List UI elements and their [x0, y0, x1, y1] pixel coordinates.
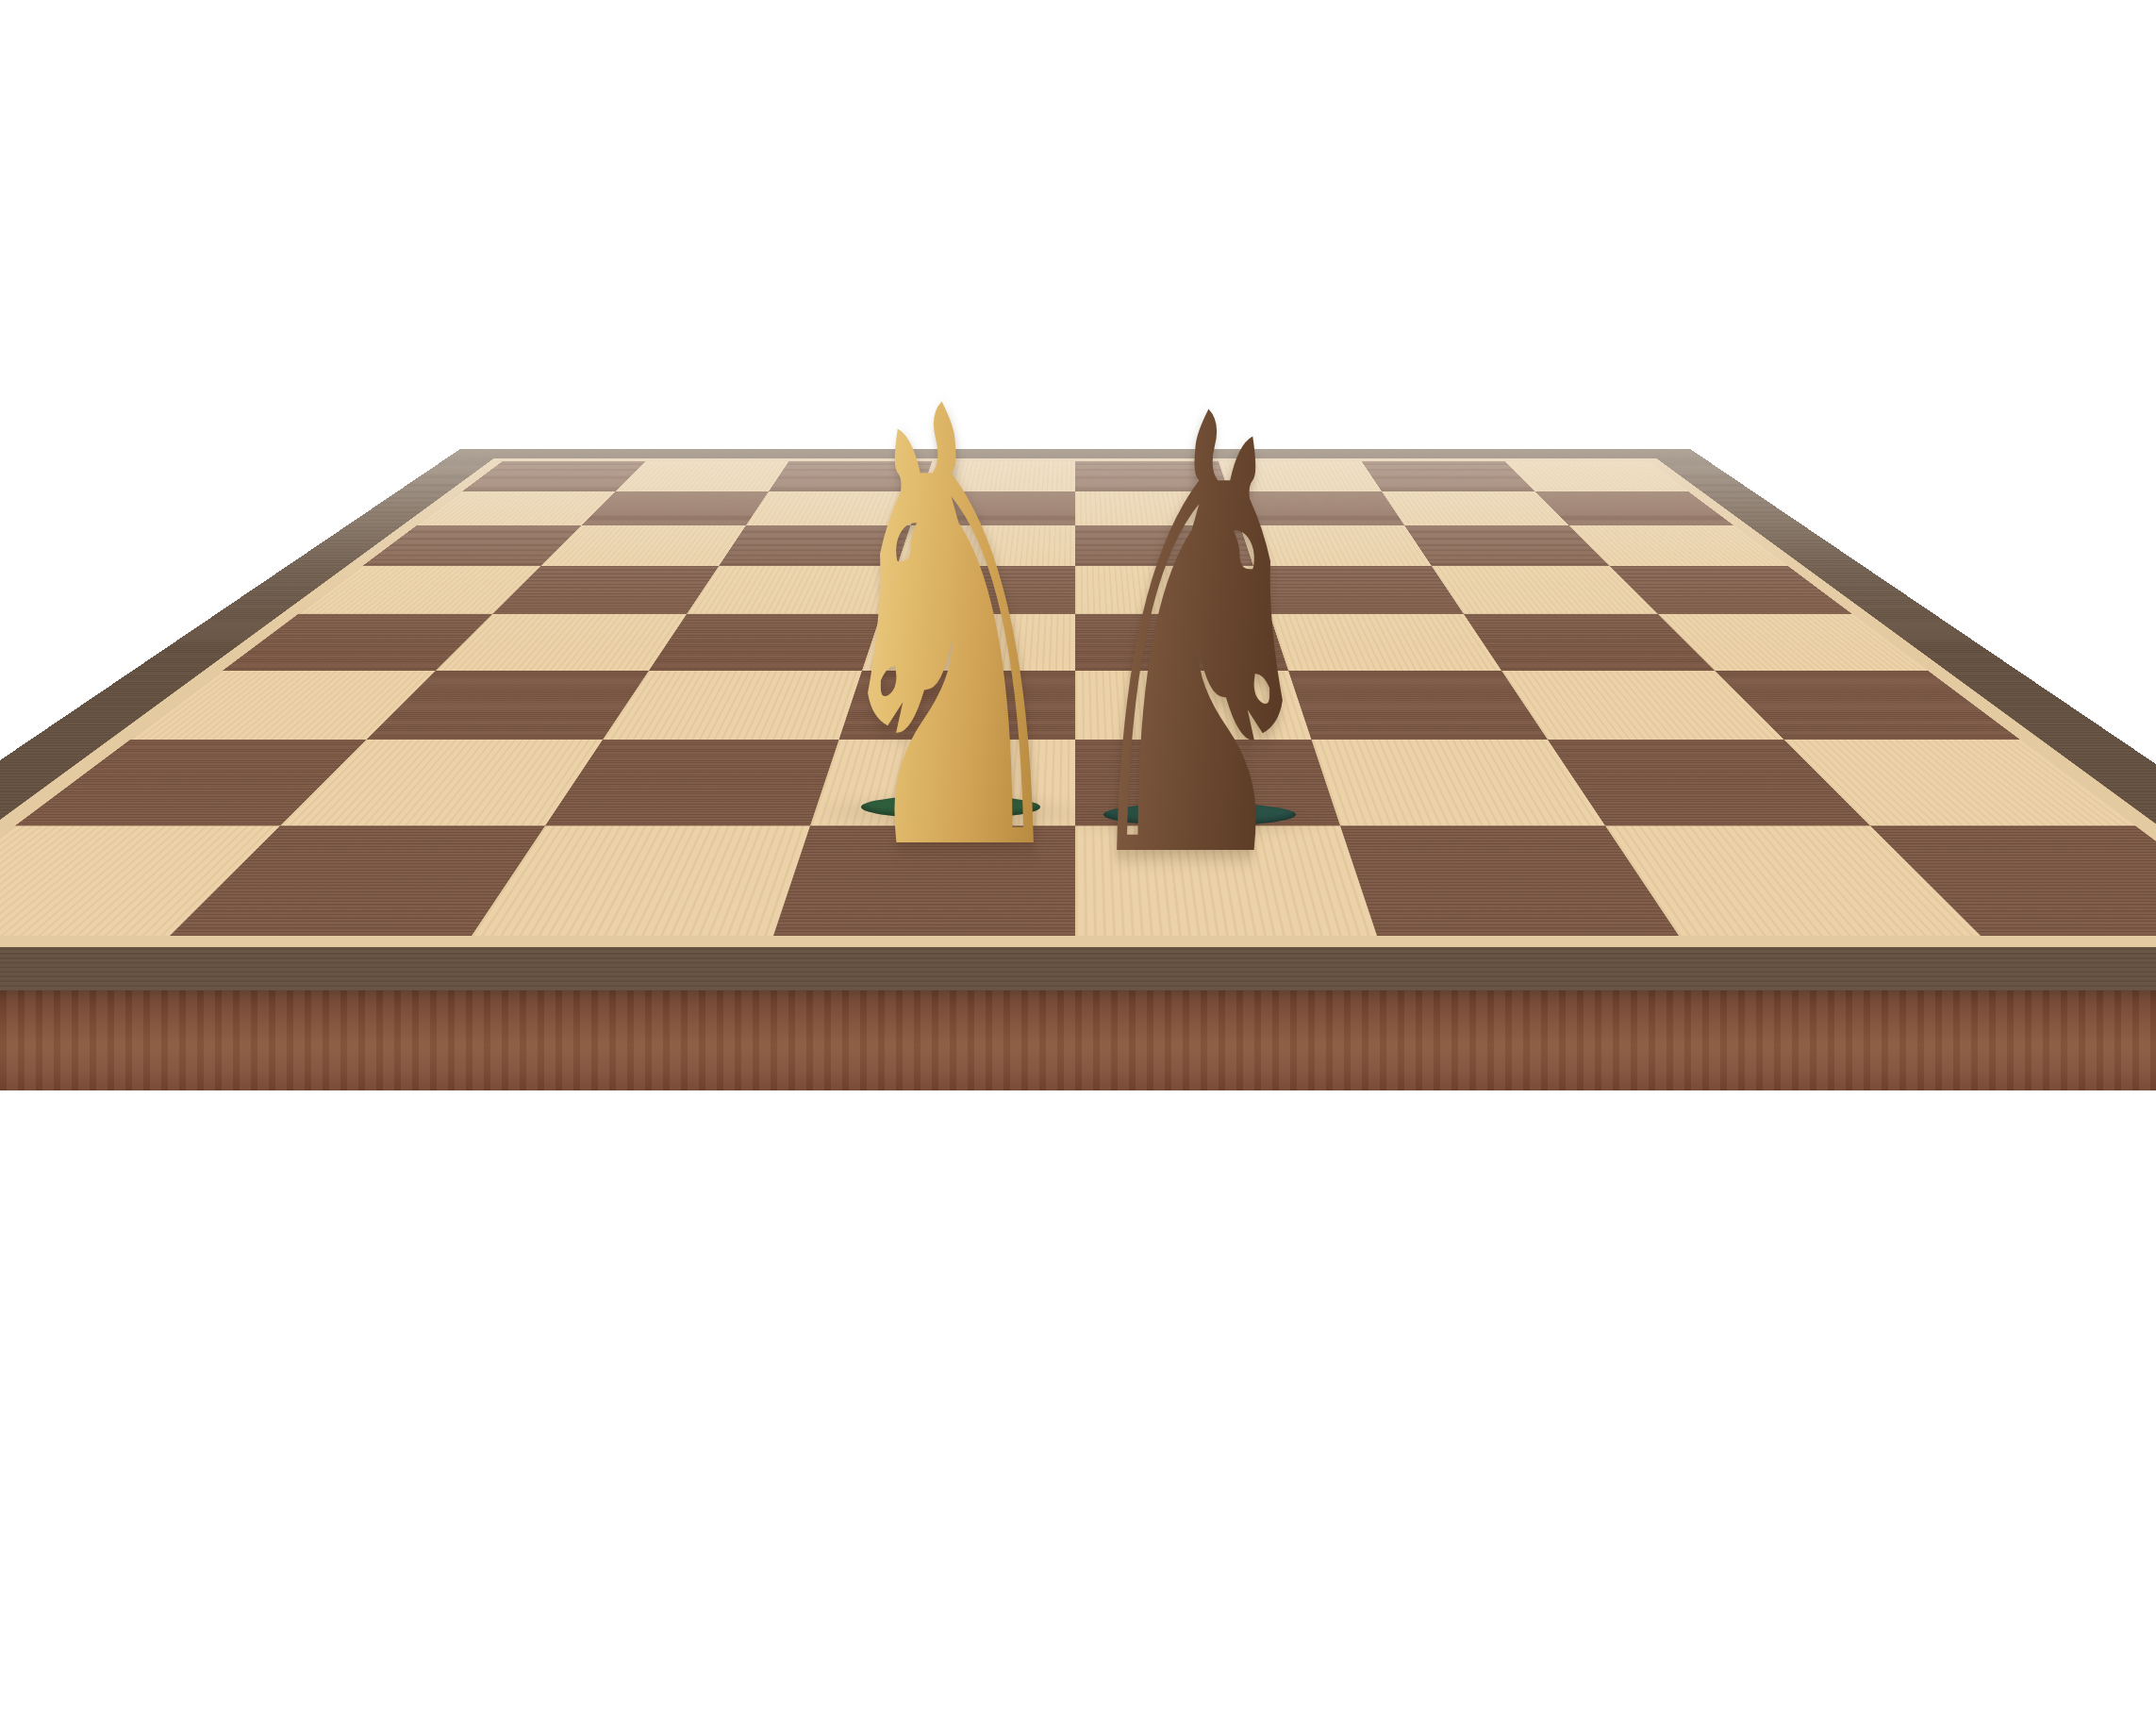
- board-photo-scene: ♞♞: [0, 0, 2156, 1730]
- square-b8[interactable]: [616, 461, 789, 491]
- square-h7[interactable]: [1534, 491, 1734, 526]
- square-h8[interactable]: [1504, 461, 1687, 491]
- square-b7[interactable]: [581, 491, 769, 526]
- board-side-edge: [0, 990, 2156, 1090]
- white-knight-d2[interactable]: ♞: [805, 332, 1095, 936]
- black-knight-e2[interactable]: ♞: [1054, 340, 1344, 943]
